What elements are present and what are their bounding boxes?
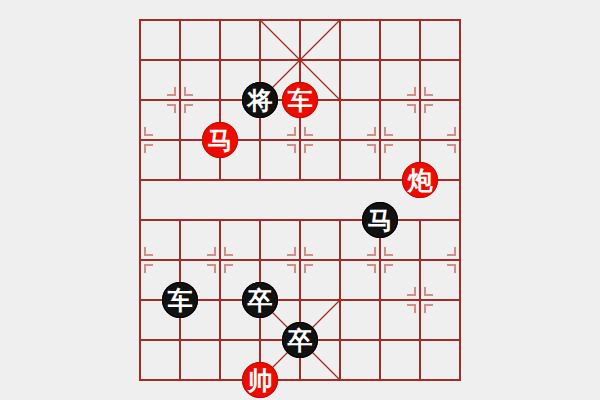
board-cell: [299, 259, 339, 299]
board-cell: [379, 59, 419, 99]
board-cell: [139, 59, 179, 99]
piece-red-chariot[interactable]: 车: [282, 82, 318, 118]
board-cell: [339, 259, 379, 299]
board-cell: [139, 179, 179, 219]
board-bottom-edge: [139, 379, 461, 381]
board-cell: [179, 59, 219, 99]
board-cell: [379, 299, 419, 339]
board-cell: [419, 339, 459, 379]
board-cell: [339, 139, 379, 179]
board-cell: [419, 259, 459, 299]
board-cell: [419, 59, 459, 99]
board-cell: [179, 179, 219, 219]
board-cell: [219, 179, 259, 219]
board-cell: [299, 179, 339, 219]
board-cell: [139, 139, 179, 179]
board-cell: [139, 19, 179, 59]
xiangqi-board[interactable]: 将车马炮马车卒卒帅: [139, 19, 461, 381]
piece-red-general[interactable]: 帅: [242, 362, 278, 398]
board-cell: [379, 99, 419, 139]
piece-black-soldier[interactable]: 卒: [242, 282, 278, 318]
board-cell: [299, 219, 339, 259]
piece-red-cannon[interactable]: 炮: [402, 162, 438, 198]
piece-red-horse[interactable]: 马: [202, 122, 238, 158]
board-cell: [419, 299, 459, 339]
board-cell: [139, 99, 179, 139]
board-cell: [379, 339, 419, 379]
board-cell: [419, 99, 459, 139]
board-cell: [419, 219, 459, 259]
piece-black-horse[interactable]: 马: [362, 202, 398, 238]
board-cell: [339, 339, 379, 379]
board-cell: [219, 219, 259, 259]
board-cell: [259, 179, 299, 219]
board-cell: [259, 139, 299, 179]
piece-black-chariot[interactable]: 车: [162, 282, 198, 318]
page-background: 将车马炮马车卒卒帅: [0, 0, 600, 400]
board-cell: [259, 19, 299, 59]
board-cell: [299, 19, 339, 59]
board-cell: [179, 219, 219, 259]
piece-black-soldier[interactable]: 卒: [282, 322, 318, 358]
board-cell: [379, 259, 419, 299]
board-cell: [259, 219, 299, 259]
board-cell: [339, 19, 379, 59]
board-cell: [339, 99, 379, 139]
board-cell: [139, 339, 179, 379]
board-cell: [219, 19, 259, 59]
board-cell: [339, 299, 379, 339]
board-cell: [339, 59, 379, 99]
piece-black-general[interactable]: 将: [242, 82, 278, 118]
board-cell: [379, 19, 419, 59]
board-right-edge: [459, 19, 461, 381]
board-cell: [179, 19, 219, 59]
board-cell: [179, 339, 219, 379]
board-cell: [419, 19, 459, 59]
board-cell: [139, 219, 179, 259]
board-cell: [299, 139, 339, 179]
